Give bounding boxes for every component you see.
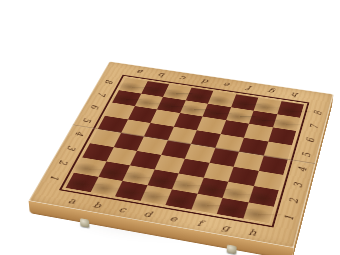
- chess-board: aa11bb22cc33dd44ee55ff66gg77hh88 ♜♞♝♛♚♝♞…: [29, 61, 334, 247]
- clasp-icon: [227, 244, 237, 254]
- perspective-scene: aa11bb22cc33dd44ee55ff66gg77hh88 ♜♞♝♛♚♝♞…: [0, 0, 340, 255]
- piece-white-rook: ♜: [223, 145, 293, 223]
- clasp-icon: [80, 218, 90, 228]
- file-label-far-h: h: [291, 91, 299, 98]
- chess-set-photo: aa11bb22cc33dd44ee55ff66gg77hh88 ♜♞♝♛♚♝♞…: [0, 0, 340, 255]
